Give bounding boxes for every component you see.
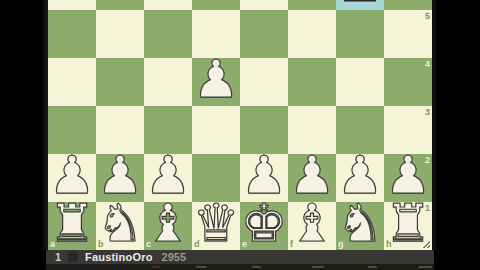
partial-icon-dash [152, 266, 160, 268]
partial-icon-dash [368, 266, 377, 268]
bottom-toolbar-partial [46, 264, 434, 270]
square-c5[interactable] [144, 10, 192, 58]
piece-white-knight-g1[interactable]: ♞ [336, 197, 384, 249]
square-h5[interactable]: 5 [384, 10, 432, 58]
player-bar[interactable]: 1 FaustinoOro 2955 [46, 250, 434, 264]
square-d1[interactable]: d♛ [192, 202, 240, 250]
square-a4[interactable] [48, 58, 96, 106]
square-f1[interactable]: f♝ [288, 202, 336, 250]
piece-white-queen-d1[interactable]: ♛ [192, 197, 240, 249]
square-b5[interactable] [96, 10, 144, 58]
rank-label-4: 4 [425, 59, 430, 69]
square-g1[interactable]: g♞ [336, 202, 384, 250]
square-c6[interactable] [144, 0, 192, 10]
square-b1[interactable]: b♞ [96, 202, 144, 250]
square-h6[interactable]: 6 [384, 0, 432, 10]
square-e1[interactable]: e♚ [240, 202, 288, 250]
piece-white-bishop-c1[interactable]: ♝ [144, 197, 192, 249]
piece-white-king-e1[interactable]: ♚ [240, 197, 288, 249]
piece-white-knight-b1[interactable]: ♞ [96, 197, 144, 249]
player-flag-icon [68, 252, 78, 262]
rank-label-3: 3 [425, 107, 430, 117]
square-g6[interactable]: ♟ [336, 0, 384, 10]
square-a5[interactable] [48, 10, 96, 58]
piece-white-rook-h1[interactable]: ♜ [384, 197, 432, 249]
chess-board: ♜♞♝♛♚♝♞8♜♟♟♟♟♟♟7♟♟65♟43♟♟♟♟♟♟2♟a♜b♞c♝d♛e… [48, 0, 432, 250]
piece-white-rook-a1[interactable]: ♜ [48, 197, 96, 249]
square-d3[interactable] [192, 106, 240, 154]
piece-white-pawn-d4[interactable]: ♟ [192, 53, 240, 105]
square-h4[interactable]: 4 [384, 58, 432, 106]
partial-icon-dash [252, 266, 261, 268]
piece-black-pawn-g6[interactable]: ♟ [336, 0, 384, 9]
piece-white-bishop-f1[interactable]: ♝ [288, 197, 336, 249]
square-c4[interactable] [144, 58, 192, 106]
square-f6[interactable] [288, 0, 336, 10]
square-a1[interactable]: a♜ [48, 202, 96, 250]
partial-icon-dash [312, 266, 324, 268]
board-left-shadow [41, 0, 48, 250]
square-h1[interactable]: 1h♜ [384, 202, 432, 250]
app-screen: ♜♞♝♛♚♝♞8♜♟♟♟♟♟♟7♟♟65♟43♟♟♟♟♟♟2♟a♜b♞c♝d♛e… [0, 0, 480, 270]
square-g5[interactable] [336, 10, 384, 58]
board-number: 1 [55, 251, 68, 263]
partial-icon-dash [418, 266, 432, 268]
player-name: FaustinoOro [85, 251, 153, 263]
square-b4[interactable] [96, 58, 144, 106]
square-e4[interactable] [240, 58, 288, 106]
square-d4[interactable]: ♟ [192, 58, 240, 106]
square-d6[interactable] [192, 0, 240, 10]
square-f4[interactable] [288, 58, 336, 106]
partial-icon-dash [196, 266, 207, 268]
square-b6[interactable] [96, 0, 144, 10]
square-a6[interactable] [48, 0, 96, 10]
square-g4[interactable] [336, 58, 384, 106]
square-e6[interactable] [240, 0, 288, 10]
board-right-shadow [432, 0, 436, 250]
rank-label-5: 5 [425, 11, 430, 21]
square-e5[interactable] [240, 10, 288, 58]
player-rating: 2955 [162, 251, 186, 263]
square-f5[interactable] [288, 10, 336, 58]
square-c1[interactable]: c♝ [144, 202, 192, 250]
